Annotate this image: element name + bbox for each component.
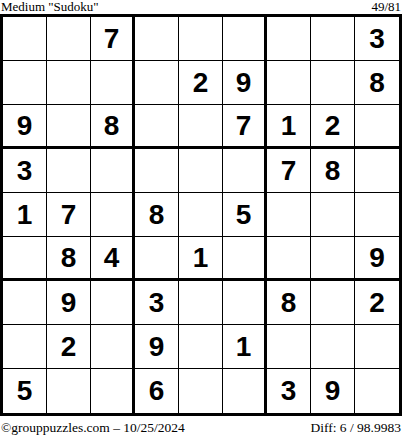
cell-r4c1-given[interactable]: 3 — [3, 149, 47, 193]
cell-r3c5[interactable] — [179, 105, 223, 149]
cell-r2c6-given[interactable]: 9 — [223, 61, 267, 105]
cell-r2c2[interactable] — [47, 61, 91, 105]
cell-r8c4-given[interactable]: 9 — [135, 325, 179, 369]
cell-r7c1[interactable] — [3, 281, 47, 325]
cell-r1c2[interactable] — [47, 17, 91, 61]
cell-r5c8[interactable] — [311, 193, 355, 237]
cell-r5c3[interactable] — [91, 193, 135, 237]
cell-r5c1-given[interactable]: 1 — [3, 193, 47, 237]
cell-r4c5[interactable] — [179, 149, 223, 193]
copyright-text: ©grouppuzzles.com – 10/25/2024 — [1, 420, 185, 436]
cell-r6c2-given[interactable]: 8 — [47, 237, 91, 281]
cell-r7c4-given[interactable]: 3 — [135, 281, 179, 325]
cell-r2c3[interactable] — [91, 61, 135, 105]
cell-r1c4[interactable] — [135, 17, 179, 61]
difficulty-text: Diff: 6 / 98.9983 — [311, 420, 402, 436]
cell-r2c1[interactable] — [3, 61, 47, 105]
cell-r6c6[interactable] — [223, 237, 267, 281]
cell-r7c9-given[interactable]: 2 — [355, 281, 399, 325]
cell-r4c7-given[interactable]: 7 — [267, 149, 311, 193]
cell-r6c5-given[interactable]: 1 — [179, 237, 223, 281]
cell-r5c6-given[interactable]: 5 — [223, 193, 267, 237]
cell-r5c7[interactable] — [267, 193, 311, 237]
cell-r6c7[interactable] — [267, 237, 311, 281]
cell-r8c5[interactable] — [179, 325, 223, 369]
cell-r9c3[interactable] — [91, 369, 135, 413]
cell-r1c7[interactable] — [267, 17, 311, 61]
cell-r6c3-given[interactable]: 4 — [91, 237, 135, 281]
cell-r9c5[interactable] — [179, 369, 223, 413]
cell-r3c8-given[interactable]: 2 — [311, 105, 355, 149]
cell-r6c8[interactable] — [311, 237, 355, 281]
cell-r4c3[interactable] — [91, 149, 135, 193]
cell-r6c4[interactable] — [135, 237, 179, 281]
cell-r3c4[interactable] — [135, 105, 179, 149]
cell-r5c2-given[interactable]: 7 — [47, 193, 91, 237]
cell-r9c9[interactable] — [355, 369, 399, 413]
cell-r7c6[interactable] — [223, 281, 267, 325]
cell-r9c7-given[interactable]: 3 — [267, 369, 311, 413]
sudoku-board: 73298987123781785841993822915639 — [0, 14, 402, 416]
cell-r9c6[interactable] — [223, 369, 267, 413]
cell-r5c5[interactable] — [179, 193, 223, 237]
cell-r9c2[interactable] — [47, 369, 91, 413]
cell-r8c8[interactable] — [311, 325, 355, 369]
cell-r9c8-given[interactable]: 9 — [311, 369, 355, 413]
cell-r4c4[interactable] — [135, 149, 179, 193]
cell-r5c4-given[interactable]: 8 — [135, 193, 179, 237]
cell-r1c9-given[interactable]: 3 — [355, 17, 399, 61]
cell-r8c6-given[interactable]: 1 — [223, 325, 267, 369]
cell-r4c9[interactable] — [355, 149, 399, 193]
puzzle-page: Medium "Sudoku" 49/81 732989871237817858… — [0, 0, 402, 437]
cell-r2c5-given[interactable]: 2 — [179, 61, 223, 105]
cell-r1c6[interactable] — [223, 17, 267, 61]
cell-r1c8[interactable] — [311, 17, 355, 61]
footer: ©grouppuzzles.com – 10/25/2024 Diff: 6 /… — [0, 416, 402, 437]
cell-r5c9[interactable] — [355, 193, 399, 237]
puzzle-title: Medium "Sudoku" — [1, 0, 99, 14]
cell-r3c7-given[interactable]: 1 — [267, 105, 311, 149]
cell-r8c7[interactable] — [267, 325, 311, 369]
cell-r9c4-given[interactable]: 6 — [135, 369, 179, 413]
cell-r1c1[interactable] — [3, 17, 47, 61]
cell-r1c3-given[interactable]: 7 — [91, 17, 135, 61]
cell-r3c9[interactable] — [355, 105, 399, 149]
cell-r7c3[interactable] — [91, 281, 135, 325]
cell-r2c7[interactable] — [267, 61, 311, 105]
cell-r3c3-given[interactable]: 8 — [91, 105, 135, 149]
header: Medium "Sudoku" 49/81 — [0, 0, 402, 14]
cell-r4c8-given[interactable]: 8 — [311, 149, 355, 193]
cell-r6c9-given[interactable]: 9 — [355, 237, 399, 281]
cell-r8c3[interactable] — [91, 325, 135, 369]
empty-cells-counter: 49/81 — [371, 0, 401, 14]
cell-r8c9[interactable] — [355, 325, 399, 369]
cell-r8c1[interactable] — [3, 325, 47, 369]
cell-r7c5[interactable] — [179, 281, 223, 325]
cell-r7c7-given[interactable]: 8 — [267, 281, 311, 325]
cell-r6c1[interactable] — [3, 237, 47, 281]
cell-r4c6[interactable] — [223, 149, 267, 193]
cell-r3c2[interactable] — [47, 105, 91, 149]
cell-r1c5[interactable] — [179, 17, 223, 61]
cell-r9c1-given[interactable]: 5 — [3, 369, 47, 413]
cell-r4c2[interactable] — [47, 149, 91, 193]
cell-r8c2-given[interactable]: 2 — [47, 325, 91, 369]
cell-r2c8[interactable] — [311, 61, 355, 105]
cell-r3c1-given[interactable]: 9 — [3, 105, 47, 149]
cell-r2c9-given[interactable]: 8 — [355, 61, 399, 105]
cell-r2c4[interactable] — [135, 61, 179, 105]
cell-r7c2-given[interactable]: 9 — [47, 281, 91, 325]
cell-r3c6-given[interactable]: 7 — [223, 105, 267, 149]
cell-r7c8[interactable] — [311, 281, 355, 325]
